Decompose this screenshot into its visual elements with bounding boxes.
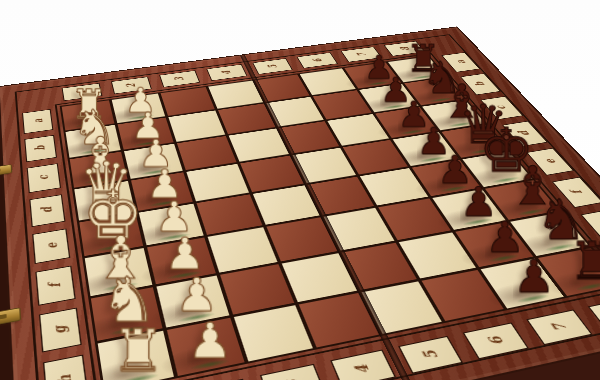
piece-black-pawn[interactable]: ♟: [513, 254, 555, 299]
rank-label-4: 4: [330, 350, 396, 380]
rank-label-8: 8: [588, 297, 600, 331]
chess-board: abcdefgh abcdefgh 12345678 12345678 ♜♟♟♜…: [0, 26, 600, 380]
square-h1[interactable]: ♜: [98, 331, 174, 380]
file-label-c: c: [27, 163, 61, 193]
file-label-a: a: [22, 109, 53, 134]
brass-clasp-icon: [0, 164, 12, 177]
rank-label-6: 6: [463, 322, 529, 359]
rank-label-3: 3: [159, 70, 200, 87]
product-photo: abcdefgh abcdefgh 12345678 12345678 ♜♟♟♜…: [0, 0, 600, 380]
square-c3[interactable]: [177, 136, 236, 170]
file-label-b: b: [24, 135, 57, 162]
chess-board-wrapper: abcdefgh abcdefgh 12345678 12345678 ♜♟♟♜…: [0, 26, 600, 380]
square-d3[interactable]: [186, 164, 248, 201]
piece-white-rook[interactable]: ♜: [112, 322, 165, 380]
rank-label-3: 3: [260, 364, 325, 380]
piece-black-rook[interactable]: ♜: [568, 236, 600, 288]
rank-label-4: 4: [206, 64, 247, 81]
square-h3[interactable]: [234, 305, 313, 361]
rank-label-5: 5: [252, 58, 293, 74]
rank-label-6: 6: [297, 52, 338, 68]
piece-white-pawn[interactable]: ♟: [188, 316, 233, 365]
square-h7[interactable]: ♟: [481, 259, 564, 309]
file-label-f: f: [35, 266, 75, 306]
file-label-h: h: [43, 355, 89, 380]
squares: ♜♟♟♜♞♟♟♞♝♟♟♝♛♟♟♛♚♟♟♚♝♟♟♝♞♟♟♞♜♟♟♜: [60, 55, 600, 380]
file-label-g: g: [39, 308, 82, 353]
rank-label-7: 7: [527, 309, 593, 345]
file-label-d: d: [29, 194, 65, 227]
file-label-e: e: [32, 228, 70, 264]
rank-label-5: 5: [398, 336, 464, 374]
brass-clasp-icon: [0, 307, 21, 326]
piece-white-pawn[interactable]: ♟: [176, 272, 219, 318]
